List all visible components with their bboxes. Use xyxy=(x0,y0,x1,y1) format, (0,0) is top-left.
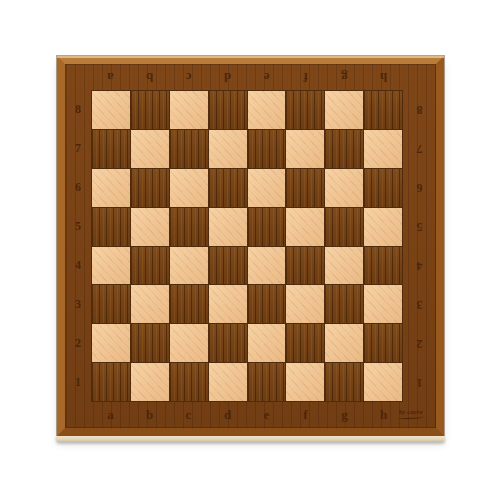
square-b2 xyxy=(131,324,169,362)
square-g6 xyxy=(325,169,363,207)
file-label-bottom-c: c xyxy=(169,402,208,428)
playing-area xyxy=(91,90,403,402)
square-h7 xyxy=(364,130,402,168)
square-d7 xyxy=(209,130,247,168)
square-d3 xyxy=(209,285,247,323)
square-a5 xyxy=(92,208,130,246)
square-a7 xyxy=(92,130,130,168)
file-label-top-e: e xyxy=(247,64,286,90)
square-g2 xyxy=(325,324,363,362)
rank-label-right-3: 3 xyxy=(403,285,436,324)
square-e1 xyxy=(248,363,286,401)
file-label-bottom-a: a xyxy=(91,402,130,428)
rank-label-right-7: 7 xyxy=(403,129,436,168)
brand-swoosh-icon xyxy=(398,415,424,419)
rank-label-right-8: 8 xyxy=(403,90,436,129)
file-labels-top: abcdefgh xyxy=(91,64,403,90)
file-label-bottom-b: b xyxy=(130,402,169,428)
square-a3 xyxy=(92,285,130,323)
square-e2 xyxy=(248,324,286,362)
square-f8 xyxy=(286,91,324,129)
file-label-bottom-f: f xyxy=(286,402,325,428)
square-c8 xyxy=(170,91,208,129)
square-g4 xyxy=(325,247,363,285)
square-b6 xyxy=(131,169,169,207)
square-b1 xyxy=(131,363,169,401)
square-e3 xyxy=(248,285,286,323)
file-label-bottom-e: e xyxy=(247,402,286,428)
file-label-top-h: h xyxy=(364,64,403,90)
square-b3 xyxy=(131,285,169,323)
square-e4 xyxy=(248,247,286,285)
square-c7 xyxy=(170,130,208,168)
square-d6 xyxy=(209,169,247,207)
square-d1 xyxy=(209,363,247,401)
file-label-top-d: d xyxy=(208,64,247,90)
square-c2 xyxy=(170,324,208,362)
square-c6 xyxy=(170,169,208,207)
square-f6 xyxy=(286,169,324,207)
square-f7 xyxy=(286,130,324,168)
square-d8 xyxy=(209,91,247,129)
file-label-bottom-d: d xyxy=(208,402,247,428)
file-label-top-c: c xyxy=(169,64,208,90)
rank-label-left-6: 6 xyxy=(65,168,91,207)
square-f2 xyxy=(286,324,324,362)
square-g5 xyxy=(325,208,363,246)
square-a8 xyxy=(92,91,130,129)
rank-label-left-3: 3 xyxy=(65,285,91,324)
square-d2 xyxy=(209,324,247,362)
square-d5 xyxy=(209,208,247,246)
rank-labels-left: 87654321 xyxy=(65,90,91,402)
rank-label-left-2: 2 xyxy=(65,324,91,363)
square-e6 xyxy=(248,169,286,207)
rank-label-right-1: 1 xyxy=(403,363,436,402)
square-c4 xyxy=(170,247,208,285)
file-label-top-g: g xyxy=(325,64,364,90)
square-a6 xyxy=(92,169,130,207)
square-f1 xyxy=(286,363,324,401)
square-h3 xyxy=(364,285,402,323)
square-f5 xyxy=(286,208,324,246)
square-g7 xyxy=(325,130,363,168)
square-g1 xyxy=(325,363,363,401)
product-photo-background: abcdefgh abcdefgh 87654321 87654321 by c… xyxy=(0,0,500,500)
rank-label-left-1: 1 xyxy=(65,363,91,402)
rank-label-left-7: 7 xyxy=(65,129,91,168)
square-h6 xyxy=(364,169,402,207)
square-h4 xyxy=(364,247,402,285)
file-label-top-b: b xyxy=(130,64,169,90)
square-b5 xyxy=(131,208,169,246)
square-a2 xyxy=(92,324,130,362)
square-c3 xyxy=(170,285,208,323)
rank-labels-right: 87654321 xyxy=(403,90,436,402)
rank-label-right-5: 5 xyxy=(403,207,436,246)
brand-logo: by cayro xyxy=(394,409,428,419)
square-b8 xyxy=(131,91,169,129)
square-e8 xyxy=(248,91,286,129)
square-e7 xyxy=(248,130,286,168)
square-e5 xyxy=(248,208,286,246)
rank-label-left-5: 5 xyxy=(65,207,91,246)
square-c5 xyxy=(170,208,208,246)
rank-label-left-8: 8 xyxy=(65,90,91,129)
rank-label-left-4: 4 xyxy=(65,246,91,285)
square-d4 xyxy=(209,247,247,285)
square-c1 xyxy=(170,363,208,401)
chess-board: abcdefgh abcdefgh 87654321 87654321 by c… xyxy=(57,56,444,436)
brand-text: by cayro xyxy=(399,409,423,415)
square-f4 xyxy=(286,247,324,285)
square-h1 xyxy=(364,363,402,401)
square-h5 xyxy=(364,208,402,246)
square-b7 xyxy=(131,130,169,168)
square-a1 xyxy=(92,363,130,401)
square-g3 xyxy=(325,285,363,323)
file-labels-bottom: abcdefgh xyxy=(91,402,403,428)
square-h2 xyxy=(364,324,402,362)
square-f3 xyxy=(286,285,324,323)
square-a4 xyxy=(92,247,130,285)
square-g8 xyxy=(325,91,363,129)
square-b4 xyxy=(131,247,169,285)
file-label-top-a: a xyxy=(91,64,130,90)
rank-label-right-4: 4 xyxy=(403,246,436,285)
rank-label-right-6: 6 xyxy=(403,168,436,207)
file-label-top-f: f xyxy=(286,64,325,90)
rank-label-right-2: 2 xyxy=(403,324,436,363)
square-h8 xyxy=(364,91,402,129)
file-label-bottom-g: g xyxy=(325,402,364,428)
